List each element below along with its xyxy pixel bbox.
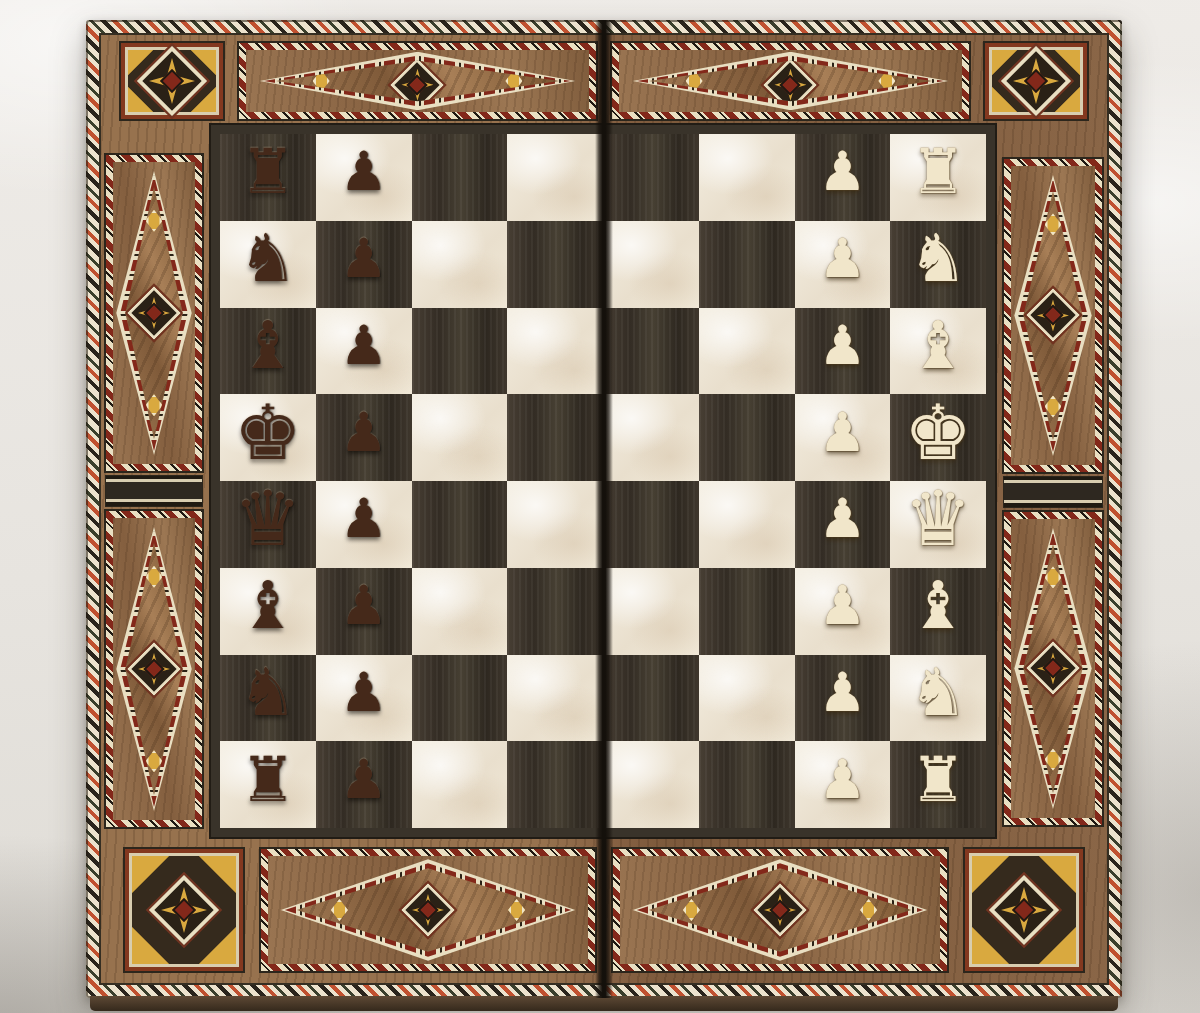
- square-e8: ♚: [220, 394, 316, 481]
- square-g4: [603, 221, 699, 308]
- square-a6: [412, 741, 508, 828]
- square-h7: ♟: [316, 134, 412, 221]
- piece-wP-g2: ♟: [818, 232, 866, 286]
- square-h2: ♟: [795, 134, 891, 221]
- star-motif-icon: [1005, 50, 1067, 112]
- piece-bP-d7: ♟: [339, 492, 387, 546]
- square-a5: [507, 741, 603, 828]
- piece-bQ-d8: ♛: [234, 481, 302, 557]
- right-column-divider: [1004, 477, 1102, 507]
- mosaic-lozenge-panel-bottom-right: [613, 849, 947, 971]
- square-g1: ♞: [890, 221, 986, 308]
- square-h6: [412, 134, 508, 221]
- square-g3: [699, 221, 795, 308]
- corner-star-bottom-right: [965, 849, 1083, 971]
- piece-wP-d2: ♟: [818, 492, 866, 546]
- square-g6: [412, 221, 508, 308]
- square-b3: [699, 655, 795, 742]
- square-c5: [507, 568, 603, 655]
- star-motif-icon: [141, 50, 203, 112]
- piece-wP-a2: ♟: [818, 753, 866, 807]
- mosaic-lozenge-panel-left-upper: [106, 155, 202, 471]
- piece-bB-f8: ♝: [238, 313, 297, 379]
- mosaic-lozenge-panel-top-left: [239, 43, 596, 119]
- square-b5: [507, 655, 603, 742]
- star-motif-icon: [130, 289, 178, 337]
- square-c6: [412, 568, 508, 655]
- square-b2: ♟: [795, 655, 891, 742]
- square-d4: [603, 481, 699, 568]
- board-fold-seam: [595, 20, 613, 998]
- star-motif-icon: [130, 645, 178, 693]
- piece-bP-f7: ♟: [339, 319, 387, 373]
- mosaic-lozenge-panel-left-lower: [106, 511, 202, 827]
- piece-bP-c7: ♟: [339, 579, 387, 633]
- piece-wK-e1: ♚: [904, 395, 972, 471]
- square-g2: ♟: [795, 221, 891, 308]
- square-c2: ♟: [795, 568, 891, 655]
- square-b6: [412, 655, 508, 742]
- piece-bP-b7: ♟: [339, 666, 387, 720]
- piece-wP-c2: ♟: [818, 579, 866, 633]
- chess-board-box: ♜♟♟♜♞♟♟♞♝♟♟♝♚♟♟♚♛♟♟♛♝♟♟♝♞♟♟♞♜♟♟♜: [86, 20, 1122, 998]
- star-motif-icon: [993, 879, 1055, 941]
- square-e1: ♚: [890, 394, 986, 481]
- piece-bR-a8: ♜: [240, 749, 296, 811]
- square-b1: ♞: [890, 655, 986, 742]
- square-a3: [699, 741, 795, 828]
- piece-bB-c8: ♝: [238, 573, 297, 639]
- square-h5: [507, 134, 603, 221]
- piece-wN-b1: ♞: [909, 660, 968, 726]
- corner-star-top-right: [985, 43, 1087, 119]
- corner-star-top-left: [121, 43, 223, 119]
- square-c4: [603, 568, 699, 655]
- right-mosaic-column: [997, 125, 1109, 837]
- square-f8: ♝: [220, 308, 316, 395]
- square-f4: [603, 308, 699, 395]
- square-a1: ♜: [890, 741, 986, 828]
- square-h1: ♜: [890, 134, 986, 221]
- piece-wB-c1: ♝: [909, 573, 968, 639]
- piece-bN-b8: ♞: [238, 660, 297, 726]
- piece-wP-e2: ♟: [818, 406, 866, 460]
- square-h3: [699, 134, 795, 221]
- square-h8: ♜: [220, 134, 316, 221]
- square-b7: ♟: [316, 655, 412, 742]
- square-d2: ♟: [795, 481, 891, 568]
- square-f2: ♟: [795, 308, 891, 395]
- square-b8: ♞: [220, 655, 316, 742]
- piece-bR-h8: ♜: [240, 141, 296, 203]
- square-g8: ♞: [220, 221, 316, 308]
- square-d8: ♛: [220, 481, 316, 568]
- square-a2: ♟: [795, 741, 891, 828]
- square-d5: [507, 481, 603, 568]
- piece-wP-h2: ♟: [818, 145, 866, 199]
- square-g7: ♟: [316, 221, 412, 308]
- left-mosaic-column: [99, 125, 209, 837]
- square-g5: [507, 221, 603, 308]
- piece-bP-e7: ♟: [339, 406, 387, 460]
- square-d1: ♛: [890, 481, 986, 568]
- square-a7: ♟: [316, 741, 412, 828]
- square-h4: [603, 134, 699, 221]
- square-e5: [507, 394, 603, 481]
- square-e6: [412, 394, 508, 481]
- star-motif-icon: [756, 886, 804, 934]
- square-e7: ♟: [316, 394, 412, 481]
- square-a4: [603, 741, 699, 828]
- mosaic-lozenge-panel-bottom-left: [261, 849, 595, 971]
- square-c3: [699, 568, 795, 655]
- piece-bP-g7: ♟: [339, 232, 387, 286]
- star-motif-icon: [1029, 644, 1077, 692]
- square-f1: ♝: [890, 308, 986, 395]
- piece-wR-h1: ♜: [910, 141, 966, 203]
- square-f5: [507, 308, 603, 395]
- mosaic-lozenge-panel-right-lower: [1004, 512, 1102, 825]
- piece-bP-h7: ♟: [339, 145, 387, 199]
- mosaic-lozenge-panel-right-upper: [1004, 159, 1102, 472]
- left-column-divider: [106, 476, 202, 506]
- star-motif-icon: [153, 879, 215, 941]
- piece-wQ-d1: ♛: [904, 481, 972, 557]
- square-e3: [699, 394, 795, 481]
- piece-wP-f2: ♟: [818, 319, 866, 373]
- square-f3: [699, 308, 795, 395]
- square-c8: ♝: [220, 568, 316, 655]
- mosaic-stripe-frame: ♜♟♟♜♞♟♟♞♝♟♟♝♚♟♟♚♛♟♟♛♝♟♟♝♞♟♟♞♜♟♟♜: [86, 20, 1122, 998]
- corner-star-bottom-left: [125, 849, 243, 971]
- square-f7: ♟: [316, 308, 412, 395]
- piece-wN-g1: ♞: [909, 226, 968, 292]
- piece-wR-a1: ♜: [910, 749, 966, 811]
- square-e2: ♟: [795, 394, 891, 481]
- square-f6: [412, 308, 508, 395]
- square-e4: [603, 394, 699, 481]
- star-motif-icon: [404, 886, 452, 934]
- square-d6: [412, 481, 508, 568]
- square-d7: ♟: [316, 481, 412, 568]
- piece-wP-b2: ♟: [818, 666, 866, 720]
- mosaic-lozenge-panel-top-right: [612, 43, 969, 119]
- square-c7: ♟: [316, 568, 412, 655]
- square-a8: ♜: [220, 741, 316, 828]
- square-b4: [603, 655, 699, 742]
- piece-bN-g8: ♞: [238, 226, 297, 292]
- square-d3: [699, 481, 795, 568]
- square-c1: ♝: [890, 568, 986, 655]
- star-motif-icon: [1029, 291, 1077, 339]
- piece-wB-f1: ♝: [909, 313, 968, 379]
- piece-bK-e8: ♚: [234, 395, 302, 471]
- piece-bP-a7: ♟: [339, 753, 387, 807]
